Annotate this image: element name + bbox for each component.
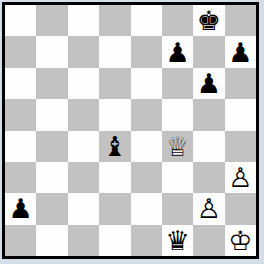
square-g2[interactable]: ♟♙	[193, 193, 224, 224]
square-c3[interactable]	[68, 162, 99, 193]
square-b4[interactable]	[36, 131, 67, 162]
white-queen-glyph: ♕	[165, 131, 189, 162]
black-queen-glyph: ♛	[165, 225, 189, 256]
white-queen: ♛♕	[165, 131, 189, 162]
white-king-glyph: ♔	[228, 225, 252, 256]
white-pawn-glyph: ♙	[197, 193, 221, 224]
square-g8[interactable]: ♚	[193, 5, 224, 36]
square-g5[interactable]	[193, 99, 224, 130]
square-a5[interactable]	[5, 99, 36, 130]
square-g7[interactable]	[193, 36, 224, 67]
square-g4[interactable]	[193, 131, 224, 162]
black-pawn-glyph: ♟	[165, 37, 189, 68]
square-a1[interactable]	[5, 225, 36, 256]
square-c2[interactable]	[68, 193, 99, 224]
chess-board-frame: ♚♟♟♟♝♛♕♟♙♟♟♙♛♚♔	[2, 2, 259, 259]
white-pawn: ♟♙	[197, 193, 221, 224]
square-f4[interactable]: ♛♕	[162, 131, 193, 162]
square-d7[interactable]	[99, 36, 130, 67]
square-b6[interactable]	[36, 68, 67, 99]
square-h7[interactable]: ♟	[225, 36, 256, 67]
square-c8[interactable]	[68, 5, 99, 36]
white-pawn-glyph: ♙	[228, 162, 252, 193]
square-h5[interactable]	[225, 99, 256, 130]
black-king-glyph: ♚	[197, 5, 221, 36]
black-pawn-glyph: ♟	[228, 37, 252, 68]
square-a3[interactable]	[5, 162, 36, 193]
square-f1[interactable]: ♛	[162, 225, 193, 256]
square-a4[interactable]	[5, 131, 36, 162]
square-a8[interactable]	[5, 5, 36, 36]
square-b8[interactable]	[36, 5, 67, 36]
square-e6[interactable]	[131, 68, 162, 99]
square-d8[interactable]	[99, 5, 130, 36]
square-g1[interactable]	[193, 225, 224, 256]
chess-board: ♚♟♟♟♝♛♕♟♙♟♟♙♛♚♔	[5, 5, 256, 256]
square-h3[interactable]: ♟♙	[225, 162, 256, 193]
white-pawn: ♟♙	[228, 162, 252, 193]
white-king: ♚♔	[228, 225, 252, 256]
black-queen: ♛	[165, 225, 189, 256]
square-g3[interactable]	[193, 162, 224, 193]
square-c4[interactable]	[68, 131, 99, 162]
square-b1[interactable]	[36, 225, 67, 256]
square-a6[interactable]	[5, 68, 36, 99]
black-pawn: ♟	[9, 193, 33, 224]
black-bishop: ♝	[103, 131, 127, 162]
square-c5[interactable]	[68, 99, 99, 130]
square-f2[interactable]	[162, 193, 193, 224]
black-pawn-glyph: ♟	[197, 68, 221, 99]
square-f7[interactable]: ♟	[162, 36, 193, 67]
square-e8[interactable]	[131, 5, 162, 36]
square-d6[interactable]	[99, 68, 130, 99]
square-c6[interactable]	[68, 68, 99, 99]
square-b3[interactable]	[36, 162, 67, 193]
square-d5[interactable]	[99, 99, 130, 130]
square-e3[interactable]	[131, 162, 162, 193]
square-b5[interactable]	[36, 99, 67, 130]
square-d3[interactable]	[99, 162, 130, 193]
square-c1[interactable]	[68, 225, 99, 256]
square-e1[interactable]	[131, 225, 162, 256]
square-b7[interactable]	[36, 36, 67, 67]
square-e7[interactable]	[131, 36, 162, 67]
square-e5[interactable]	[131, 99, 162, 130]
square-e2[interactable]	[131, 193, 162, 224]
black-bishop-glyph: ♝	[103, 131, 127, 162]
square-h6[interactable]	[225, 68, 256, 99]
square-a2[interactable]: ♟	[5, 193, 36, 224]
black-pawn: ♟	[197, 68, 221, 99]
square-d2[interactable]	[99, 193, 130, 224]
square-h2[interactable]	[225, 193, 256, 224]
square-d4[interactable]: ♝	[99, 131, 130, 162]
page-background: ♚♟♟♟♝♛♕♟♙♟♟♙♛♚♔	[0, 0, 264, 264]
square-f6[interactable]	[162, 68, 193, 99]
black-king: ♚	[197, 5, 221, 36]
square-h1[interactable]: ♚♔	[225, 225, 256, 256]
square-a7[interactable]	[5, 36, 36, 67]
square-h4[interactable]	[225, 131, 256, 162]
black-pawn: ♟	[228, 37, 252, 68]
black-pawn: ♟	[165, 37, 189, 68]
square-c7[interactable]	[68, 36, 99, 67]
square-f5[interactable]	[162, 99, 193, 130]
square-b2[interactable]	[36, 193, 67, 224]
square-f8[interactable]	[162, 5, 193, 36]
square-f3[interactable]	[162, 162, 193, 193]
black-pawn-glyph: ♟	[9, 193, 33, 224]
square-d1[interactable]	[99, 225, 130, 256]
square-g6[interactable]: ♟	[193, 68, 224, 99]
square-h8[interactable]	[225, 5, 256, 36]
square-e4[interactable]	[131, 131, 162, 162]
